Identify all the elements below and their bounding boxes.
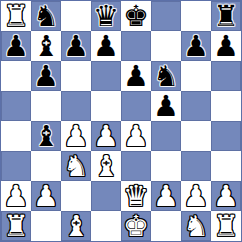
square-h2[interactable]: ♟ [211,181,241,211]
piece-white-pawn[interactable]: ♟ [33,181,59,211]
square-a2[interactable]: ♟ [1,181,31,211]
piece-white-pawn[interactable]: ♟ [213,181,239,211]
square-a6[interactable] [1,61,31,91]
square-c2[interactable] [61,181,91,211]
piece-white-bishop[interactable]: ♝ [63,211,89,241]
piece-white-pawn[interactable]: ♟ [123,121,149,151]
square-b4[interactable]: ♝ [31,121,61,151]
piece-white-pawn[interactable]: ♟ [93,121,119,151]
square-e2[interactable]: ♛ [121,181,151,211]
piece-white-rook[interactable]: ♜ [213,211,239,241]
piece-black-pawn[interactable]: ♟ [183,31,209,61]
square-d2[interactable] [91,181,121,211]
square-c4[interactable]: ♟ [61,121,91,151]
piece-white-rook[interactable]: ♜ [3,211,29,241]
square-e1[interactable]: ♚ [121,211,151,241]
piece-black-knight[interactable]: ♞ [33,1,59,31]
square-b7[interactable]: ♝ [31,31,61,61]
square-d8[interactable]: ♛ [91,1,121,31]
piece-black-pawn[interactable]: ♟ [153,91,179,121]
square-d3[interactable]: ♝ [91,151,121,181]
piece-white-knight[interactable]: ♞ [183,211,209,241]
square-f3[interactable] [151,151,181,181]
square-e5[interactable] [121,91,151,121]
square-e8[interactable]: ♚ [121,1,151,31]
square-g7[interactable]: ♟ [181,31,211,61]
square-f2[interactable]: ♟ [151,181,181,211]
piece-black-pawn[interactable]: ♟ [213,31,239,61]
piece-white-queen[interactable]: ♛ [123,181,149,211]
square-g2[interactable]: ♟ [181,181,211,211]
square-d7[interactable]: ♟ [91,31,121,61]
square-c6[interactable] [61,61,91,91]
square-g5[interactable] [181,91,211,121]
square-d5[interactable] [91,91,121,121]
square-b8[interactable]: ♞ [31,1,61,31]
square-a8[interactable]: ♜ [1,1,31,31]
square-a3[interactable] [1,151,31,181]
piece-black-bishop[interactable]: ♝ [33,121,59,151]
piece-white-rook[interactable]: ♜ [3,1,29,31]
chess-board-wrapper: ♜♞♛♚♜♟♝♟♟♟♟♟♟♞♟♝♟♟♟♞♝♟♟♛♟♟♟♜♝♚♞♜ [0,0,242,242]
square-b3[interactable] [31,151,61,181]
square-b1[interactable] [31,211,61,241]
piece-white-pawn[interactable]: ♟ [153,181,179,211]
chess-board: ♜♞♛♚♜♟♝♟♟♟♟♟♟♞♟♝♟♟♟♞♝♟♟♛♟♟♟♜♝♚♞♜ [0,0,242,242]
square-h8[interactable]: ♜ [211,1,241,31]
square-a7[interactable]: ♟ [1,31,31,61]
square-e4[interactable]: ♟ [121,121,151,151]
square-h7[interactable]: ♟ [211,31,241,61]
square-f7[interactable] [151,31,181,61]
piece-black-pawn[interactable]: ♟ [3,31,29,61]
square-c1[interactable]: ♝ [61,211,91,241]
piece-black-rook[interactable]: ♜ [213,1,239,31]
square-h6[interactable] [211,61,241,91]
square-d1[interactable] [91,211,121,241]
piece-white-king[interactable]: ♚ [123,211,149,241]
square-a5[interactable] [1,91,31,121]
square-f1[interactable] [151,211,181,241]
square-h1[interactable]: ♜ [211,211,241,241]
square-h5[interactable] [211,91,241,121]
square-c8[interactable] [61,1,91,31]
square-g3[interactable] [181,151,211,181]
piece-black-queen[interactable]: ♛ [93,1,119,31]
square-e6[interactable]: ♟ [121,61,151,91]
piece-white-pawn[interactable]: ♟ [183,181,209,211]
piece-black-bishop[interactable]: ♝ [33,31,59,61]
piece-black-pawn[interactable]: ♟ [33,61,59,91]
piece-black-pawn[interactable]: ♟ [123,61,149,91]
square-b5[interactable] [31,91,61,121]
square-b2[interactable]: ♟ [31,181,61,211]
square-d4[interactable]: ♟ [91,121,121,151]
square-f6[interactable]: ♞ [151,61,181,91]
square-g4[interactable] [181,121,211,151]
square-f5[interactable]: ♟ [151,91,181,121]
square-f4[interactable] [151,121,181,151]
piece-white-pawn[interactable]: ♟ [63,121,89,151]
square-d6[interactable] [91,61,121,91]
piece-white-bishop[interactable]: ♝ [93,151,119,181]
square-g6[interactable] [181,61,211,91]
square-a4[interactable] [1,121,31,151]
piece-white-pawn[interactable]: ♟ [3,181,29,211]
square-c3[interactable]: ♞ [61,151,91,181]
square-g8[interactable] [181,1,211,31]
square-g1[interactable]: ♞ [181,211,211,241]
square-c7[interactable]: ♟ [61,31,91,61]
square-e7[interactable] [121,31,151,61]
square-a1[interactable]: ♜ [1,211,31,241]
square-f8[interactable] [151,1,181,31]
piece-black-knight[interactable]: ♞ [153,61,179,91]
piece-white-knight[interactable]: ♞ [63,151,89,181]
piece-black-pawn[interactable]: ♟ [93,31,119,61]
piece-black-king[interactable]: ♚ [123,1,149,31]
square-h4[interactable] [211,121,241,151]
square-e3[interactable] [121,151,151,181]
square-c5[interactable] [61,91,91,121]
square-b6[interactable]: ♟ [31,61,61,91]
square-h3[interactable] [211,151,241,181]
piece-black-pawn[interactable]: ♟ [63,31,89,61]
